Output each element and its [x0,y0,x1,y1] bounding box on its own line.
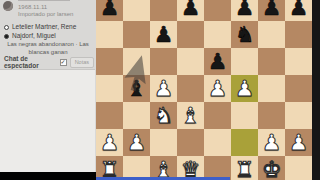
import-source-icon [3,1,13,11]
square-f6[interactable]: ♞ [231,21,258,48]
white-king[interactable]: ♚ [262,156,282,180]
square-f1[interactable]: ♜ [231,156,258,180]
square-g2[interactable]: ♟ [258,129,285,156]
square-b6[interactable] [123,21,150,48]
square-f3[interactable] [231,102,258,129]
square-f4[interactable]: ♟ [231,75,258,102]
square-a5[interactable] [96,48,123,75]
player-row-black[interactable]: Najdorf, Miguel [4,32,94,40]
square-a7[interactable]: ♟ [96,0,123,21]
square-b3[interactable] [123,102,150,129]
square-h7[interactable]: ♟ [285,0,312,21]
square-d6[interactable] [177,21,204,48]
square-h5[interactable] [285,48,312,75]
right-dark-strip [312,0,320,180]
square-c3[interactable]: ♞ [150,102,177,129]
black-pawn[interactable]: ♟ [208,48,228,75]
square-f7[interactable]: ♟ [231,0,258,21]
chess-board: ♟♟♟♟♟♟♞♟♝♟♟♟♞♝♟♟♟♟♜♝♛♜♚ [96,0,312,180]
game-result-text: Las negras abandonaron · Las blancas gan… [6,41,90,56]
square-e7[interactable] [204,0,231,21]
square-g4[interactable] [258,75,285,102]
black-player-name: Najdorf, Miguel [12,32,56,40]
black-pawn[interactable]: ♟ [235,0,255,21]
black-color-icon [4,34,9,39]
square-f5[interactable] [231,48,258,75]
chat-title: Chat de espectador [4,55,57,69]
square-h1[interactable] [285,156,312,180]
check-icon: ✓ [61,59,66,65]
white-pawn[interactable]: ♟ [208,75,228,102]
screen: 1968.11.11 Importado por larsen Letelier… [0,0,320,180]
white-pawn[interactable]: ♟ [100,129,120,156]
square-e4[interactable]: ♟ [204,75,231,102]
square-g7[interactable]: ♟ [258,0,285,21]
square-h2[interactable]: ♟ [285,129,312,156]
white-bishop[interactable]: ♝ [181,102,201,129]
white-pawn[interactable]: ♟ [127,129,147,156]
white-pawn[interactable]: ♟ [235,75,255,102]
square-c7[interactable] [150,0,177,21]
square-d3[interactable]: ♝ [177,102,204,129]
chat-header: Chat de espectador ✓ Notas [0,55,96,69]
mouse-cursor-icon [135,56,171,96]
square-d5[interactable] [177,48,204,75]
square-a3[interactable] [96,102,123,129]
white-pawn[interactable]: ♟ [262,129,282,156]
black-pawn[interactable]: ♟ [289,0,309,21]
white-knight[interactable]: ♞ [154,102,174,129]
square-d7[interactable]: ♟ [177,0,204,21]
bottom-blue-bar [96,177,230,180]
square-g5[interactable] [258,48,285,75]
chat-messages-area[interactable] [0,69,95,173]
bottom-black-bar [0,172,96,180]
square-e5[interactable]: ♟ [204,48,231,75]
square-e6[interactable] [204,21,231,48]
square-a2[interactable]: ♟ [96,129,123,156]
spectator-chat-checkbox[interactable]: ✓ [60,59,67,66]
square-b7[interactable] [123,0,150,21]
square-e3[interactable] [204,102,231,129]
square-d2[interactable] [177,129,204,156]
game-meta-box: 1968.11.11 Importado por larsen [0,0,96,22]
black-pawn[interactable]: ♟ [100,0,120,21]
player-row-white[interactable]: Letelier Martner, Rene [4,23,94,31]
black-pawn[interactable]: ♟ [181,0,201,21]
white-color-icon [4,25,9,30]
square-a4[interactable] [96,75,123,102]
white-player-name: Letelier Martner, Rene [12,23,76,31]
square-a6[interactable] [96,21,123,48]
square-e2[interactable] [204,129,231,156]
square-g1[interactable]: ♚ [258,156,285,180]
square-c2[interactable] [150,129,177,156]
square-b2[interactable]: ♟ [123,129,150,156]
square-d4[interactable] [177,75,204,102]
square-c6[interactable]: ♟ [150,21,177,48]
clipped-text-line [18,0,70,1]
notes-button[interactable]: Notas [70,57,94,68]
sidebar: 1968.11.11 Importado por larsen Letelier… [0,0,97,172]
imported-by-label: Importado por larsen [18,11,73,18]
white-pawn[interactable]: ♟ [289,129,309,156]
square-h3[interactable] [285,102,312,129]
square-f2[interactable] [231,129,258,156]
square-g6[interactable] [258,21,285,48]
white-rook[interactable]: ♜ [235,156,255,180]
black-pawn[interactable]: ♟ [262,0,282,21]
square-g3[interactable] [258,102,285,129]
square-h6[interactable] [285,21,312,48]
players-list: Letelier Martner, Rene Najdorf, Miguel [4,23,94,41]
square-h4[interactable] [285,75,312,102]
black-knight[interactable]: ♞ [235,21,255,48]
black-pawn[interactable]: ♟ [154,21,174,48]
meta-text: 1968.11.11 Importado por larsen [18,0,73,18]
game-date: 1968.11.11 [18,4,73,11]
